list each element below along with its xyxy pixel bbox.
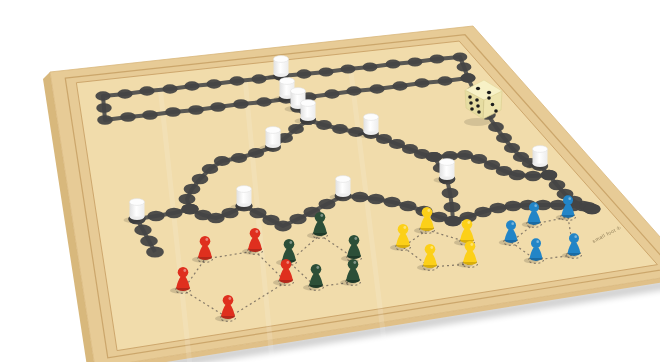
track-space — [139, 86, 154, 95]
track-space — [274, 221, 291, 232]
track-space — [249, 208, 266, 219]
track-space — [97, 115, 113, 125]
track-space — [184, 81, 199, 90]
track-space — [165, 208, 182, 219]
track-space — [457, 150, 473, 160]
track-space — [318, 199, 335, 210]
track-space — [489, 203, 506, 214]
track-space — [399, 201, 416, 212]
track-space — [206, 79, 221, 88]
track-space — [117, 89, 132, 98]
track-space — [140, 236, 158, 247]
track-space — [363, 62, 378, 71]
track-space — [96, 103, 111, 113]
track-space — [289, 214, 306, 225]
board-photo: small foot ® — [40, 16, 660, 362]
track-space — [319, 67, 334, 76]
track-space — [214, 156, 230, 166]
track-space — [147, 211, 164, 222]
track-space — [525, 171, 542, 181]
track-space — [443, 202, 460, 213]
track-space — [210, 102, 225, 112]
track-space — [120, 112, 136, 122]
track-space — [332, 124, 348, 134]
track-space — [324, 89, 339, 98]
track-space — [541, 170, 558, 180]
barricade-board — [40, 16, 660, 362]
track-space — [233, 99, 248, 109]
track-space — [453, 52, 468, 61]
track-space — [392, 81, 407, 90]
track-space — [384, 197, 401, 208]
track-space — [134, 225, 151, 236]
track-space — [488, 122, 504, 132]
track-space — [352, 192, 369, 202]
track-space — [192, 174, 209, 184]
track-space — [430, 54, 445, 63]
track-space — [95, 91, 110, 100]
track-space — [386, 59, 401, 68]
track-space — [231, 153, 247, 163]
track-space — [509, 170, 526, 180]
track-space — [583, 204, 600, 215]
track-space — [442, 188, 459, 198]
track-space — [444, 216, 461, 227]
track-space — [297, 69, 312, 78]
track-space — [408, 57, 423, 66]
track-space — [316, 120, 332, 130]
track-space — [414, 78, 429, 87]
track-space — [474, 207, 491, 218]
track-space — [341, 64, 356, 73]
track-space — [496, 133, 512, 143]
track-space — [461, 73, 476, 82]
track-space — [471, 154, 487, 164]
track-space — [142, 110, 158, 120]
track-space — [549, 180, 566, 190]
track-space — [146, 246, 164, 257]
track-space — [346, 86, 361, 95]
track-space — [162, 84, 177, 93]
track-space — [256, 97, 271, 107]
track-space — [165, 107, 181, 117]
track-space — [504, 201, 521, 212]
track-space — [202, 164, 218, 174]
track-space — [188, 105, 204, 115]
track-space — [504, 143, 520, 153]
track-space — [184, 184, 201, 194]
track-space — [457, 62, 472, 71]
track-space — [288, 124, 304, 134]
track-space — [369, 84, 384, 93]
track-space — [251, 74, 266, 83]
track-space — [368, 194, 385, 204]
track-space — [179, 194, 196, 204]
track-space — [437, 76, 452, 85]
track-space — [426, 152, 442, 162]
track-space — [229, 76, 244, 85]
